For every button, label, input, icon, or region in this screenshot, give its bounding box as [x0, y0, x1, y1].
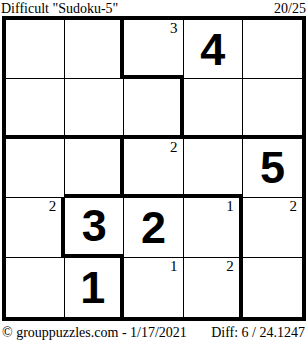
pencil-mark: 3: [170, 21, 178, 36]
pencil-mark: 2: [226, 259, 234, 274]
cell-r2c3[interactable]: [124, 79, 183, 138]
cell-r5c4[interactable]: 2: [184, 258, 243, 317]
cell-r2c4[interactable]: [184, 79, 243, 138]
cell-r5c1[interactable]: [6, 258, 65, 317]
cell-r3c4[interactable]: [184, 139, 243, 198]
cell-r4c5[interactable]: 2: [243, 198, 302, 257]
cell-r3c3[interactable]: 2: [124, 139, 183, 198]
cell-r5c3[interactable]: 1: [124, 258, 183, 317]
cell-r3c2[interactable]: [65, 139, 124, 198]
cell-r4c2[interactable]: 3: [65, 198, 124, 257]
cell-r2c2[interactable]: [65, 79, 124, 138]
cell-r2c5[interactable]: [243, 79, 302, 138]
header: Difficult "Sudoku-5" 20/25: [0, 0, 308, 16]
pencil-mark: 2: [290, 199, 298, 214]
difficulty-text: Diff: 6 / 24.1247: [211, 326, 305, 340]
cell-r5c5[interactable]: [243, 258, 302, 317]
pencil-mark: 2: [49, 199, 57, 214]
cell-r3c1[interactable]: [6, 139, 65, 198]
cell-r4c3[interactable]: 2: [124, 198, 183, 257]
cell-r1c5[interactable]: [243, 20, 302, 79]
cell-r1c1[interactable]: [6, 20, 65, 79]
puzzle-counter: 20/25: [274, 2, 306, 16]
given-digit: 5: [260, 145, 285, 190]
sudoku-grid: 342523212112: [2, 16, 306, 321]
cell-r1c4[interactable]: 4: [184, 20, 243, 79]
cell-r5c2[interactable]: 1: [65, 258, 124, 317]
puzzle-title: Difficult "Sudoku-5": [1, 2, 118, 16]
given-digit: 2: [141, 205, 166, 250]
pencil-mark: 2: [170, 140, 178, 155]
cell-r4c1[interactable]: 2: [6, 198, 65, 257]
footer: © grouppuzzles.com - 1/17/2021 Diff: 6 /…: [0, 321, 308, 343]
cell-r1c2[interactable]: [65, 20, 124, 79]
pencil-mark: 1: [170, 259, 178, 274]
cell-r3c5[interactable]: 5: [243, 139, 302, 198]
cell-r2c1[interactable]: [6, 79, 65, 138]
given-digit: 1: [80, 265, 105, 310]
copyright-text: © grouppuzzles.com - 1/17/2021: [2, 326, 187, 340]
cell-r4c4[interactable]: 1: [184, 198, 243, 257]
pencil-mark: 1: [226, 199, 234, 214]
given-digit: 3: [82, 203, 107, 248]
cell-r1c3[interactable]: 3: [124, 20, 183, 79]
given-digit: 4: [200, 27, 225, 72]
